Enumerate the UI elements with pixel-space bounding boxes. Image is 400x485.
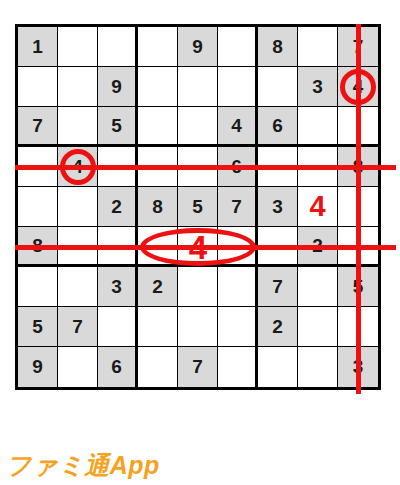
cell-r8c7[interactable]: 2 bbox=[258, 307, 298, 347]
cell-r7c8[interactable] bbox=[298, 267, 338, 307]
cell-r3c6[interactable]: 4 bbox=[218, 107, 258, 147]
cell-r1c9[interactable]: 7 bbox=[338, 27, 378, 67]
cell-r3c5[interactable] bbox=[178, 107, 218, 147]
cell-r1c7[interactable]: 8 bbox=[258, 27, 298, 67]
cell-r9c8[interactable] bbox=[298, 347, 338, 387]
cell-r9c5[interactable]: 7 bbox=[178, 347, 218, 387]
cell-r4c4[interactable] bbox=[138, 147, 178, 187]
cell-r1c2[interactable] bbox=[58, 27, 98, 67]
cell-r1c6[interactable] bbox=[218, 27, 258, 67]
cell-r3c3[interactable]: 5 bbox=[98, 107, 138, 147]
cell-r3c2[interactable] bbox=[58, 107, 98, 147]
cell-r8c4[interactable] bbox=[138, 307, 178, 347]
cell-r7c4[interactable]: 2 bbox=[138, 267, 178, 307]
cell-r2c1[interactable] bbox=[18, 67, 58, 107]
cell-r7c9[interactable]: 5 bbox=[338, 267, 378, 307]
cell-r3c7[interactable]: 6 bbox=[258, 107, 298, 147]
cell-r5c4[interactable]: 8 bbox=[138, 187, 178, 227]
cell-r6c6[interactable] bbox=[218, 227, 258, 267]
cell-r9c4[interactable] bbox=[138, 347, 178, 387]
cell-r3c9[interactable] bbox=[338, 107, 378, 147]
cell-r1c5[interactable]: 9 bbox=[178, 27, 218, 67]
cell-r9c9[interactable]: 3 bbox=[338, 347, 378, 387]
cell-r2c7[interactable] bbox=[258, 67, 298, 107]
cell-r1c3[interactable] bbox=[98, 27, 138, 67]
red-candidate-digit-r5c8[interactable]: 4 bbox=[298, 187, 338, 227]
cell-r6c7[interactable] bbox=[258, 227, 298, 267]
cell-r5c1[interactable] bbox=[18, 187, 58, 227]
cell-r5c5[interactable]: 5 bbox=[178, 187, 218, 227]
cell-r7c1[interactable] bbox=[18, 267, 58, 307]
cell-r4c5[interactable] bbox=[178, 147, 218, 187]
cell-r9c2[interactable] bbox=[58, 347, 98, 387]
cell-r5c6[interactable]: 7 bbox=[218, 187, 258, 227]
cell-r6c2[interactable] bbox=[58, 227, 98, 267]
cell-r3c8[interactable] bbox=[298, 107, 338, 147]
cell-r9c1[interactable]: 9 bbox=[18, 347, 58, 387]
cell-r8c5[interactable] bbox=[178, 307, 218, 347]
cell-r9c3[interactable]: 6 bbox=[98, 347, 138, 387]
cell-r5c7[interactable]: 3 bbox=[258, 187, 298, 227]
cell-r4c6[interactable]: 6 bbox=[218, 147, 258, 187]
cell-r6c3[interactable] bbox=[98, 227, 138, 267]
cell-r6c5[interactable] bbox=[178, 227, 218, 267]
cell-r3c4[interactable] bbox=[138, 107, 178, 147]
cell-r4c3[interactable] bbox=[98, 147, 138, 187]
page: 198793475464682857348232755729673 4 ファミ通… bbox=[0, 0, 400, 485]
cell-r5c3[interactable]: 2 bbox=[98, 187, 138, 227]
cell-r2c4[interactable] bbox=[138, 67, 178, 107]
cell-r8c6[interactable] bbox=[218, 307, 258, 347]
cell-r6c1[interactable]: 8 bbox=[18, 227, 58, 267]
cell-r6c4[interactable] bbox=[138, 227, 178, 267]
cell-r4c2[interactable]: 4 bbox=[58, 147, 98, 187]
cell-r8c8[interactable] bbox=[298, 307, 338, 347]
cell-r2c5[interactable] bbox=[178, 67, 218, 107]
cell-r1c8[interactable] bbox=[298, 27, 338, 67]
cell-r7c7[interactable]: 7 bbox=[258, 267, 298, 307]
cell-r3c1[interactable]: 7 bbox=[18, 107, 58, 147]
cell-r1c1[interactable]: 1 bbox=[18, 27, 58, 67]
cell-r6c9[interactable] bbox=[338, 227, 378, 267]
cell-r2c8[interactable]: 3 bbox=[298, 67, 338, 107]
cell-r7c2[interactable] bbox=[58, 267, 98, 307]
cell-r8c1[interactable]: 5 bbox=[18, 307, 58, 347]
cell-r9c7[interactable] bbox=[258, 347, 298, 387]
cell-r6c8[interactable]: 2 bbox=[298, 227, 338, 267]
cell-r2c2[interactable] bbox=[58, 67, 98, 107]
famitsu-app-logo: ファミ通App bbox=[6, 449, 160, 482]
cell-r4c1[interactable] bbox=[18, 147, 58, 187]
cell-r8c3[interactable] bbox=[98, 307, 138, 347]
cell-r5c9[interactable] bbox=[338, 187, 378, 227]
cell-r7c3[interactable]: 3 bbox=[98, 267, 138, 307]
cell-r4c8[interactable] bbox=[298, 147, 338, 187]
cell-r8c2[interactable]: 7 bbox=[58, 307, 98, 347]
cell-r1c4[interactable] bbox=[138, 27, 178, 67]
sudoku-board: 198793475464682857348232755729673 bbox=[15, 24, 381, 390]
cell-r9c6[interactable] bbox=[218, 347, 258, 387]
cell-r4c7[interactable] bbox=[258, 147, 298, 187]
cell-r4c9[interactable]: 8 bbox=[338, 147, 378, 187]
cell-r2c3[interactable]: 9 bbox=[98, 67, 138, 107]
cell-r8c9[interactable] bbox=[338, 307, 378, 347]
cell-r2c9[interactable]: 4 bbox=[338, 67, 378, 107]
cell-r7c5[interactable] bbox=[178, 267, 218, 307]
cell-r7c6[interactable] bbox=[218, 267, 258, 307]
cell-r5c2[interactable] bbox=[58, 187, 98, 227]
cell-r2c6[interactable] bbox=[218, 67, 258, 107]
